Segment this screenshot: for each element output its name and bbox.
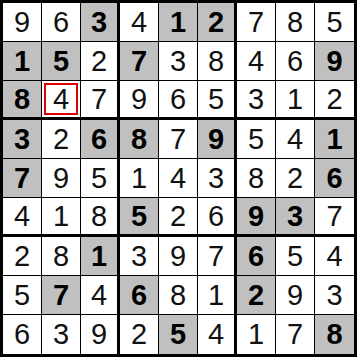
sudoku-app: 9634127851527384698479653123268795417951… [0,0,362,362]
sudoku-cell-r7c7[interactable]: 6 [237,237,276,276]
sudoku-cell-r7c9[interactable]: 4 [315,237,354,276]
sudoku-cell-r8c3[interactable]: 4 [81,276,120,315]
sudoku-cell-r6c5[interactable]: 2 [159,198,198,237]
sudoku-cell-r4c2[interactable]: 2 [42,120,81,159]
sudoku-cell-r6c6[interactable]: 6 [198,198,237,237]
sudoku-cell-r2c5[interactable]: 3 [159,42,198,81]
sudoku-cell-r4c6[interactable]: 9 [198,120,237,159]
sudoku-cell-r1c3[interactable]: 3 [81,3,120,42]
sudoku-cell-r2c9[interactable]: 9 [315,42,354,81]
sudoku-cell-r2c7[interactable]: 4 [237,42,276,81]
sudoku-cell-r7c8[interactable]: 5 [276,237,315,276]
sudoku-cell-r6c2[interactable]: 1 [42,198,81,237]
sudoku-cell-r6c7[interactable]: 9 [237,198,276,237]
sudoku-cell-r2c2[interactable]: 5 [42,42,81,81]
sudoku-cell-r3c6[interactable]: 5 [198,81,237,120]
sudoku-cell-r6c3[interactable]: 8 [81,198,120,237]
sudoku-cell-r5c6[interactable]: 3 [198,159,237,198]
sudoku-cell-r5c8[interactable]: 2 [276,159,315,198]
sudoku-cell-r9c1[interactable]: 6 [3,315,42,354]
sudoku-cell-r3c7[interactable]: 3 [237,81,276,120]
sudoku-cell-r9c6[interactable]: 4 [198,315,237,354]
sudoku-cell-r9c8[interactable]: 7 [276,315,315,354]
sudoku-cell-r8c6[interactable]: 1 [198,276,237,315]
sudoku-cell-r2c4[interactable]: 7 [120,42,159,81]
sudoku-cell-r8c9[interactable]: 3 [315,276,354,315]
sudoku-cell-r2c6[interactable]: 8 [198,42,237,81]
sudoku-cell-r8c8[interactable]: 9 [276,276,315,315]
sudoku-cell-r4c8[interactable]: 4 [276,120,315,159]
sudoku-cell-r5c7[interactable]: 8 [237,159,276,198]
sudoku-cell-r5c3[interactable]: 5 [81,159,120,198]
sudoku-cell-r7c5[interactable]: 9 [159,237,198,276]
sudoku-cell-r5c9[interactable]: 6 [315,159,354,198]
sudoku-cell-r7c6[interactable]: 7 [198,237,237,276]
sudoku-cell-r1c1[interactable]: 9 [3,3,42,42]
sudoku-cell-r3c4[interactable]: 9 [120,81,159,120]
sudoku-cell-r9c4[interactable]: 2 [120,315,159,354]
sudoku-cell-r9c5[interactable]: 5 [159,315,198,354]
sudoku-cell-r4c1[interactable]: 3 [3,120,42,159]
sudoku-cell-r7c3[interactable]: 1 [81,237,120,276]
sudoku-cell-r6c8[interactable]: 3 [276,198,315,237]
sudoku-cell-r1c7[interactable]: 7 [237,3,276,42]
sudoku-cell-r4c4[interactable]: 8 [120,120,159,159]
sudoku-cell-r3c8[interactable]: 1 [276,81,315,120]
sudoku-cell-r9c2[interactable]: 3 [42,315,81,354]
sudoku-cell-r1c2[interactable]: 6 [42,3,81,42]
sudoku-cell-r5c2[interactable]: 9 [42,159,81,198]
sudoku-cell-r5c4[interactable]: 1 [120,159,159,198]
sudoku-cell-r7c1[interactable]: 2 [3,237,42,276]
sudoku-cell-r7c4[interactable]: 3 [120,237,159,276]
sudoku-cell-r8c7[interactable]: 2 [237,276,276,315]
sudoku-cell-r4c9[interactable]: 1 [315,120,354,159]
sudoku-cell-r1c4[interactable]: 4 [120,3,159,42]
sudoku-cell-r6c9[interactable]: 7 [315,198,354,237]
sudoku-cell-r1c5[interactable]: 1 [159,3,198,42]
sudoku-cell-r1c9[interactable]: 5 [315,3,354,42]
sudoku-board: 9634127851527384698479653123268795417951… [0,0,357,357]
sudoku-cell-r6c4[interactable]: 5 [120,198,159,237]
sudoku-cell-r4c5[interactable]: 7 [159,120,198,159]
sudoku-cell-r8c2[interactable]: 7 [42,276,81,315]
sudoku-cell-r6c1[interactable]: 4 [3,198,42,237]
sudoku-cell-r3c1[interactable]: 8 [3,81,42,120]
sudoku-cell-r1c8[interactable]: 8 [276,3,315,42]
sudoku-cell-r7c2[interactable]: 8 [42,237,81,276]
sudoku-cell-r4c3[interactable]: 6 [81,120,120,159]
sudoku-cell-r5c1[interactable]: 7 [3,159,42,198]
sudoku-cell-r2c8[interactable]: 6 [276,42,315,81]
sudoku-cell-r9c9[interactable]: 8 [315,315,354,354]
sudoku-cell-r9c7[interactable]: 1 [237,315,276,354]
sudoku-cell-r9c3[interactable]: 9 [81,315,120,354]
sudoku-cell-r8c1[interactable]: 5 [3,276,42,315]
sudoku-cell-r3c2[interactable]: 4 [42,81,81,120]
sudoku-cell-r2c3[interactable]: 2 [81,42,120,81]
sudoku-cell-r1c6[interactable]: 2 [198,3,237,42]
sudoku-cell-r3c9[interactable]: 2 [315,81,354,120]
sudoku-cell-r3c5[interactable]: 6 [159,81,198,120]
sudoku-cell-r4c7[interactable]: 5 [237,120,276,159]
sudoku-cell-r8c4[interactable]: 6 [120,276,159,315]
sudoku-cell-r3c3[interactable]: 7 [81,81,120,120]
sudoku-cell-r5c5[interactable]: 4 [159,159,198,198]
sudoku-cell-r8c5[interactable]: 8 [159,276,198,315]
sudoku-cell-r2c1[interactable]: 1 [3,42,42,81]
